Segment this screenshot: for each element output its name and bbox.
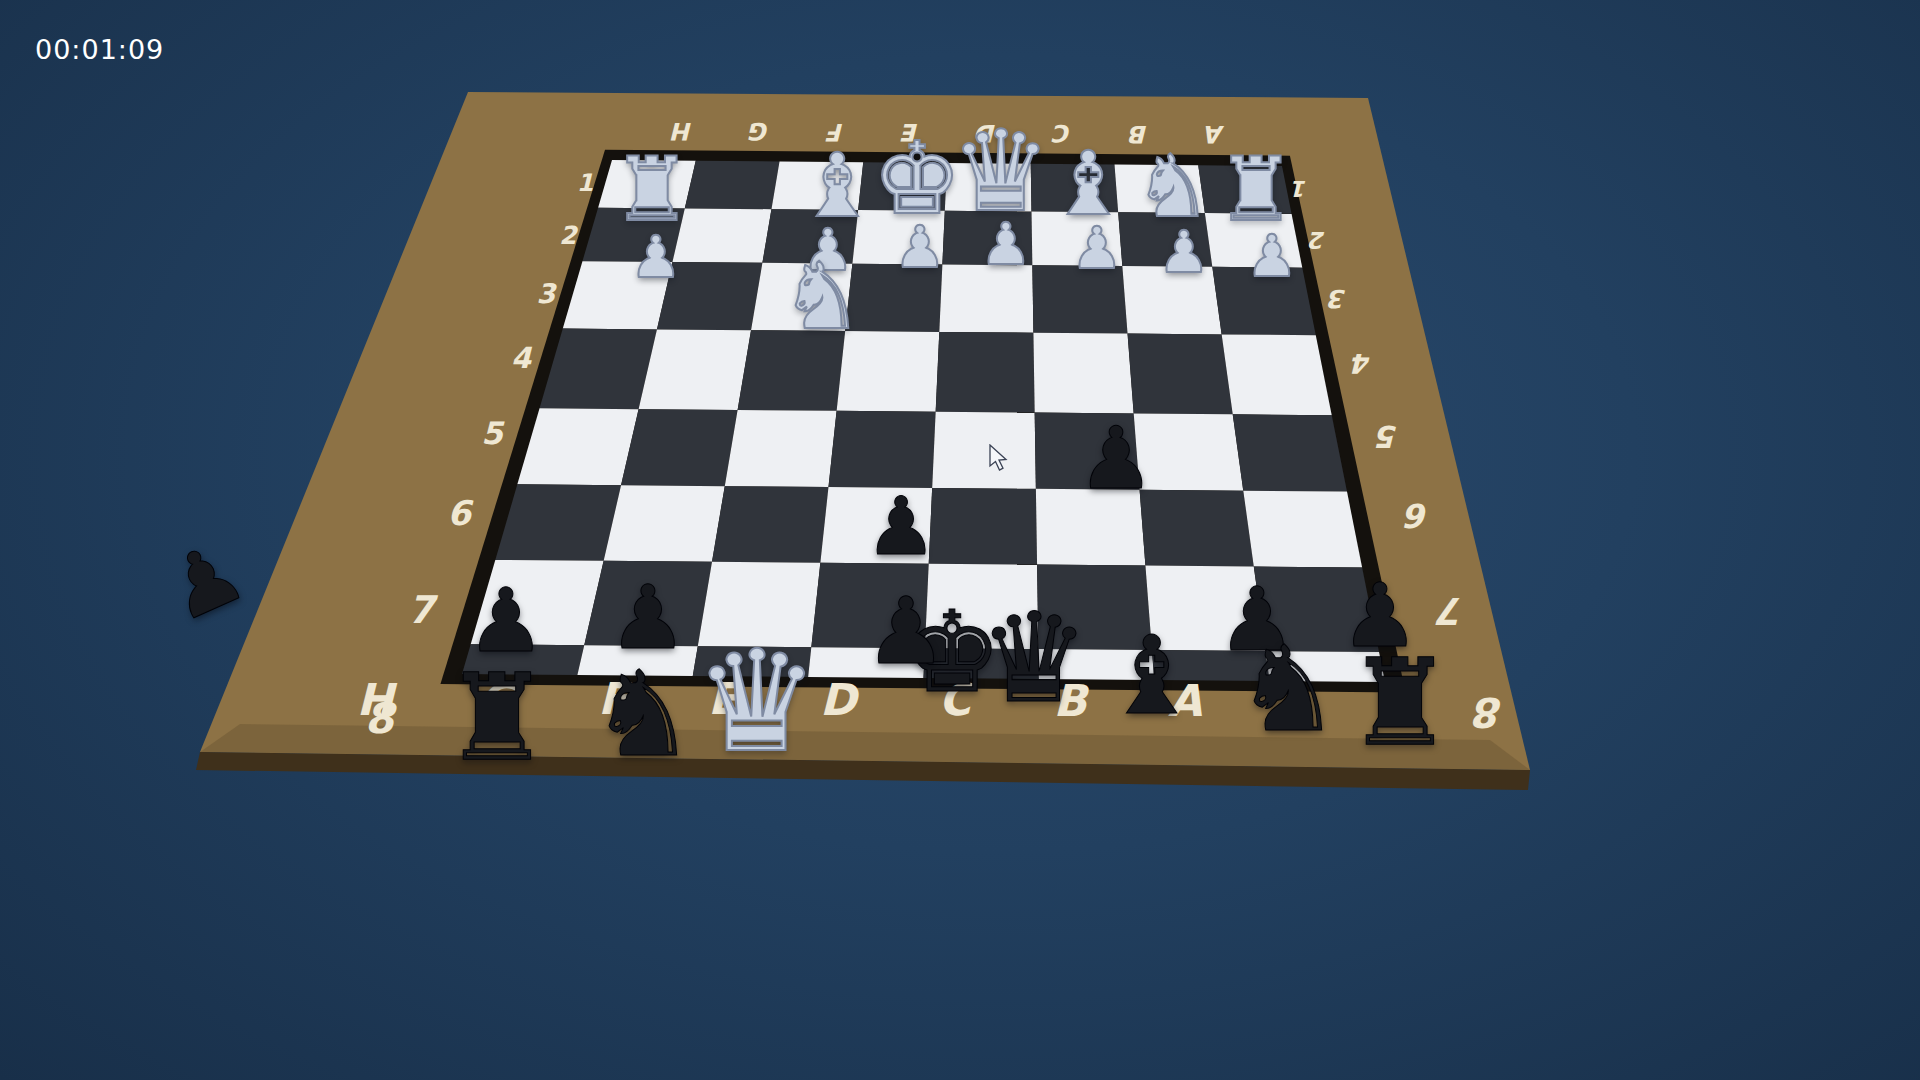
rank-label-left-1: 1 <box>577 169 594 197</box>
square-g4[interactable] <box>639 329 751 410</box>
chess-app-scene: 00:01:09 HGFEDCBAHGFEDCBA123456781234567… <box>0 0 1920 1080</box>
piece-white-knight-b1[interactable]: ♞ <box>1134 146 1211 228</box>
piece-white-pawn-h2[interactable]: ♟ <box>630 230 682 285</box>
piece-white-pawn-d2[interactable]: ♟ <box>980 217 1032 272</box>
piece-white-queen-f8[interactable]: ♛ <box>694 635 820 768</box>
square-g6[interactable] <box>604 485 725 562</box>
piece-white-king-e1[interactable]: ♚ <box>872 131 962 226</box>
rank-label-right-5: 5 <box>1378 419 1399 454</box>
square-d5[interactable] <box>932 412 1036 489</box>
piece-black-rook-h8[interactable]: ♜ <box>443 661 551 775</box>
rank-label-left-5: 5 <box>481 415 503 451</box>
piece-black-knight-g8[interactable]: ♞ <box>590 658 696 770</box>
piece-white-rook-h1[interactable]: ♜ <box>613 148 692 232</box>
file-label-near-D: D <box>820 674 857 725</box>
square-b4[interactable] <box>1128 334 1233 415</box>
mouse-cursor-icon <box>988 444 1014 474</box>
square-f6[interactable] <box>712 486 828 563</box>
square-a4[interactable] <box>1222 334 1332 415</box>
rank-label-right-6: 6 <box>1407 496 1430 535</box>
piece-white-pawn-a2[interactable]: ♟ <box>1246 229 1298 284</box>
rank-label-left-3: 3 <box>537 278 556 309</box>
rank-label-left-4: 4 <box>511 341 531 375</box>
rank-label-right-8: 8 <box>1476 688 1505 736</box>
rank-label-right-4: 4 <box>1353 348 1372 379</box>
square-d4[interactable] <box>936 332 1035 413</box>
rank-label-right-7: 7 <box>1439 589 1465 632</box>
piece-white-rook-a1[interactable]: ♜ <box>1217 148 1296 232</box>
piece-black-queen-d8[interactable]: ♛ <box>978 600 1089 718</box>
rank-label-left-6: 6 <box>447 493 471 533</box>
piece-black-pawn-d6[interactable]: ♟ <box>865 489 937 565</box>
piece-black-pawn-c5[interactable]: ♟ <box>1077 418 1154 500</box>
piece-white-pawn-e2[interactable]: ♟ <box>894 220 946 275</box>
square-h6[interactable] <box>495 484 621 561</box>
square-e5[interactable] <box>828 411 935 488</box>
piece-white-knight-f3[interactable]: ♞ <box>781 253 863 340</box>
rank-label-right-3: 3 <box>1329 284 1346 313</box>
square-a5[interactable] <box>1233 414 1347 491</box>
piece-black-knight-b8[interactable]: ♞ <box>1235 633 1341 745</box>
square-d6[interactable] <box>929 488 1037 565</box>
rank-label-right-2: 2 <box>1310 227 1326 253</box>
rank-label-left-7: 7 <box>408 588 434 632</box>
square-c4[interactable] <box>1033 333 1133 414</box>
piece-black-bishop-c8[interactable]: ♝ <box>1104 625 1201 728</box>
piece-white-queen-d1[interactable]: ♛ <box>951 118 1051 224</box>
square-f5[interactable] <box>725 410 837 487</box>
square-g5[interactable] <box>621 409 738 486</box>
piece-black-pawn-e7[interactable]: ♟ <box>865 588 947 675</box>
rank-label-left-8: 8 <box>364 694 393 743</box>
rank-label-left-2: 2 <box>559 221 576 250</box>
square-g1[interactable] <box>685 161 780 209</box>
square-b6[interactable] <box>1140 490 1254 567</box>
square-a6[interactable] <box>1243 491 1362 568</box>
piece-black-rook-a8[interactable]: ♜ <box>1346 646 1454 760</box>
piece-white-pawn-c2[interactable]: ♟ <box>1071 221 1123 276</box>
piece-white-pawn-b2[interactable]: ♟ <box>1158 225 1210 280</box>
file-label-far-G: G <box>750 117 770 145</box>
